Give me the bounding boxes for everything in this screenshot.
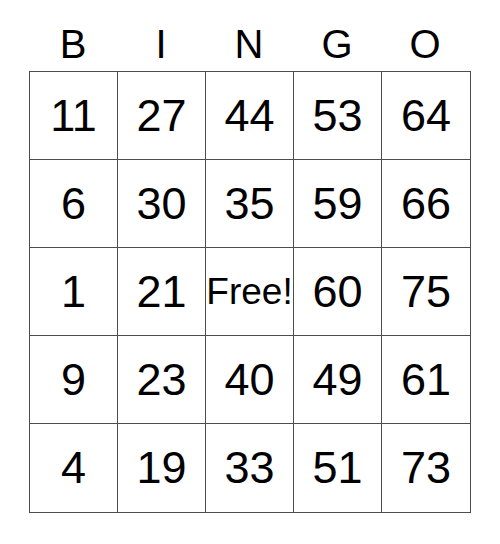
cell-r5c1[interactable]: 4: [30, 424, 118, 512]
cell-r1c1[interactable]: 11: [30, 72, 118, 160]
header-letter-n: N: [235, 24, 264, 64]
cell-r1c5[interactable]: 64: [382, 72, 470, 160]
free-cell[interactable]: Free!: [206, 248, 294, 336]
bingo-grid: 11 27 44 53 64 6 30 35 59 66 1 21 Free! …: [29, 71, 471, 513]
cell-r3c2[interactable]: 21: [118, 248, 206, 336]
cell-r5c3[interactable]: 33: [206, 424, 294, 512]
cell-r2c4[interactable]: 59: [294, 160, 382, 248]
cell-r4c4[interactable]: 49: [294, 336, 382, 424]
cell-r4c3[interactable]: 40: [206, 336, 294, 424]
cell-r3c1[interactable]: 1: [30, 248, 118, 336]
cell-r5c2[interactable]: 19: [118, 424, 206, 512]
cell-r3c5[interactable]: 75: [382, 248, 470, 336]
header-letter-b: B: [60, 24, 87, 64]
cell-r3c4[interactable]: 60: [294, 248, 382, 336]
bingo-header: B I N G O: [29, 0, 471, 71]
header-letter-o: O: [409, 24, 440, 64]
cell-r1c2[interactable]: 27: [118, 72, 206, 160]
cell-r5c4[interactable]: 51: [294, 424, 382, 512]
cell-r5c5[interactable]: 73: [382, 424, 470, 512]
cell-r1c3[interactable]: 44: [206, 72, 294, 160]
header-letter-g: G: [321, 24, 352, 64]
bingo-card: B I N G O 11 27 44 53 64 6 30 35 59 66 1…: [29, 0, 471, 513]
cell-r2c3[interactable]: 35: [206, 160, 294, 248]
cell-r2c1[interactable]: 6: [30, 160, 118, 248]
cell-r1c4[interactable]: 53: [294, 72, 382, 160]
cell-r2c5[interactable]: 66: [382, 160, 470, 248]
header-letter-i: I: [155, 24, 166, 64]
bingo-card-page: B I N G O 11 27 44 53 64 6 30 35 59 66 1…: [0, 0, 500, 544]
cell-r4c2[interactable]: 23: [118, 336, 206, 424]
cell-r4c1[interactable]: 9: [30, 336, 118, 424]
cell-r2c2[interactable]: 30: [118, 160, 206, 248]
cell-r4c5[interactable]: 61: [382, 336, 470, 424]
